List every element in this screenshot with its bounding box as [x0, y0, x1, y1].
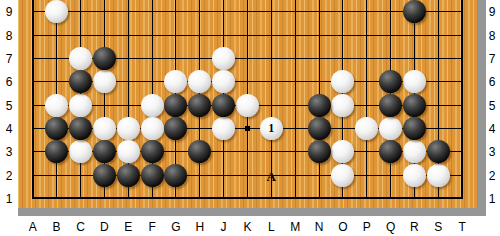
row-label-left-1: 1: [6, 193, 13, 205]
go-stone-white-R3[interactable]: [403, 140, 426, 163]
go-diagram: 1A 987654321987654321ABCDEFGHJKLMNOPQRST: [0, 0, 500, 236]
column-label-G: G: [171, 221, 180, 233]
go-stone-black-N5[interactable]: [308, 94, 331, 117]
star-point-K4: [245, 126, 250, 131]
go-stone-black-D7[interactable]: [93, 47, 116, 70]
row-label-left-2: 2: [6, 170, 13, 182]
grid-line-vertical-M: [295, 0, 296, 199]
go-stone-black-J5[interactable]: [212, 94, 235, 117]
go-stone-white-C3[interactable]: [69, 140, 92, 163]
go-stone-black-N4[interactable]: [308, 117, 331, 140]
go-stone-white-O3[interactable]: [331, 140, 354, 163]
row-label-left-6: 6: [6, 76, 13, 88]
column-label-N: N: [315, 221, 324, 233]
column-label-H: H: [195, 221, 204, 233]
go-stone-black-D2[interactable]: [93, 164, 116, 187]
column-label-K: K: [243, 221, 251, 233]
go-stone-black-C6[interactable]: [69, 70, 92, 93]
go-stone-white-J4[interactable]: [212, 117, 235, 140]
go-stone-white-C5[interactable]: [69, 94, 92, 117]
row-label-left-8: 8: [6, 30, 13, 42]
column-label-P: P: [363, 221, 371, 233]
go-stone-white-K5[interactable]: [236, 94, 259, 117]
go-stone-black-Q6[interactable]: [379, 70, 402, 93]
column-label-F: F: [148, 221, 155, 233]
row-label-right-3: 3: [489, 146, 496, 158]
go-stone-white-S2[interactable]: [427, 164, 450, 187]
go-board[interactable]: 1A: [18, 0, 478, 208]
go-stone-white-O5[interactable]: [331, 94, 354, 117]
grid-line-vertical-A: [32, 0, 34, 199]
go-stone-black-Q3[interactable]: [379, 140, 402, 163]
go-stone-black-D3[interactable]: [93, 140, 116, 163]
go-stone-black-R5[interactable]: [403, 94, 426, 117]
column-label-A: A: [29, 221, 37, 233]
go-stone-white-O2[interactable]: [331, 164, 354, 187]
column-label-J: J: [221, 221, 227, 233]
column-label-O: O: [338, 221, 347, 233]
row-label-right-4: 4: [489, 123, 496, 135]
row-label-right-6: 6: [489, 76, 496, 88]
column-label-Q: Q: [386, 221, 395, 233]
go-stone-black-G2[interactable]: [164, 164, 187, 187]
go-stone-white-D6[interactable]: [93, 70, 116, 93]
column-label-S: S: [434, 221, 442, 233]
column-label-L: L: [268, 221, 275, 233]
go-stone-white-F5[interactable]: [141, 94, 164, 117]
go-stone-white-R6[interactable]: [403, 70, 426, 93]
go-stone-black-S3[interactable]: [427, 140, 450, 163]
column-label-B: B: [53, 221, 61, 233]
row-label-left-3: 3: [6, 146, 13, 158]
row-label-left-5: 5: [6, 100, 13, 112]
grid-line-vertical-P: [366, 0, 367, 199]
go-stone-black-H3[interactable]: [188, 140, 211, 163]
go-stone-black-N3[interactable]: [308, 140, 331, 163]
go-stone-black-C4[interactable]: [69, 117, 92, 140]
go-stone-white-B9[interactable]: [45, 0, 68, 23]
go-stone-black-Q5[interactable]: [379, 94, 402, 117]
move-number-label: 1: [268, 122, 274, 134]
go-stone-black-B3[interactable]: [45, 140, 68, 163]
go-stone-white-J6[interactable]: [212, 70, 235, 93]
column-label-D: D: [100, 221, 109, 233]
go-stone-white-Q4[interactable]: [379, 117, 402, 140]
grid-line-row-8: [32, 35, 463, 36]
go-stone-black-G4[interactable]: [164, 117, 187, 140]
go-stone-black-H5[interactable]: [188, 94, 211, 117]
go-stone-white-E3[interactable]: [117, 140, 140, 163]
go-stone-white-H6[interactable]: [188, 70, 211, 93]
column-label-C: C: [76, 221, 85, 233]
row-label-left-4: 4: [6, 123, 13, 135]
grid-line-row-1: [32, 197, 463, 199]
go-stone-black-R9[interactable]: [403, 0, 426, 23]
board-shadow-right: [478, 0, 486, 216]
go-stone-white-O6[interactable]: [331, 70, 354, 93]
go-stone-black-E2[interactable]: [117, 164, 140, 187]
go-stone-white-E4[interactable]: [117, 117, 140, 140]
board-shadow-bottom: [18, 208, 486, 216]
go-stone-white-C7[interactable]: [69, 47, 92, 70]
row-label-right-1: 1: [489, 193, 496, 205]
go-stone-white-L4[interactable]: 1: [260, 117, 283, 140]
grid-line-vertical-T: [461, 0, 463, 199]
go-stone-white-B5[interactable]: [45, 94, 68, 117]
column-label-T: T: [458, 221, 465, 233]
grid-line-row-9: [32, 11, 463, 12]
go-stone-black-G5[interactable]: [164, 94, 187, 117]
row-label-right-8: 8: [489, 30, 496, 42]
row-label-left-7: 7: [6, 53, 13, 65]
go-stone-white-P4[interactable]: [355, 117, 378, 140]
go-stone-white-J7[interactable]: [212, 47, 235, 70]
go-stone-black-F2[interactable]: [141, 164, 164, 187]
go-stone-white-G6[interactable]: [164, 70, 187, 93]
row-label-right-7: 7: [489, 53, 496, 65]
row-label-right-5: 5: [489, 100, 496, 112]
go-stone-black-R4[interactable]: [403, 117, 426, 140]
point-annotation-L2: A: [267, 169, 276, 182]
row-label-left-9: 9: [6, 6, 13, 18]
go-stone-white-D4[interactable]: [93, 117, 116, 140]
go-stone-black-B4[interactable]: [45, 117, 68, 140]
go-stone-black-F3[interactable]: [141, 140, 164, 163]
go-stone-white-F4[interactable]: [141, 117, 164, 140]
row-label-right-9: 9: [489, 6, 496, 18]
row-label-right-2: 2: [489, 170, 496, 182]
column-label-R: R: [410, 221, 419, 233]
column-label-E: E: [124, 221, 132, 233]
go-stone-white-R2[interactable]: [403, 164, 426, 187]
column-label-M: M: [290, 221, 300, 233]
